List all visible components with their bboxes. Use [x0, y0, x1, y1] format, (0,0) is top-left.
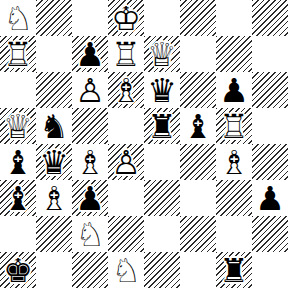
piece-glyph: ♖ [216, 108, 252, 144]
square-h7[interactable] [252, 36, 288, 72]
square-a7[interactable]: ♜♖ [0, 36, 36, 72]
square-g4[interactable]: ♝♗ [216, 144, 252, 180]
piece-glyph: ♙ [72, 72, 108, 108]
square-f4[interactable] [180, 144, 216, 180]
square-g2[interactable] [216, 216, 252, 252]
piece-glyph: ♘ [0, 0, 36, 36]
piece-white-bishop-icon: ♝♗ [216, 144, 252, 180]
square-c7[interactable]: ♟♟ [72, 36, 108, 72]
square-f8[interactable] [180, 0, 216, 36]
square-a3[interactable]: ♝♝ [0, 180, 36, 216]
square-e5[interactable]: ♜♜ [144, 108, 180, 144]
piece-black-pawn-icon: ♟♟ [72, 36, 108, 72]
piece-white-pawn-icon: ♟♙ [72, 72, 108, 108]
square-b3[interactable]: ♝♗ [36, 180, 72, 216]
square-d5[interactable] [108, 108, 144, 144]
square-g3[interactable] [216, 180, 252, 216]
square-c5[interactable] [72, 108, 108, 144]
square-b2[interactable] [36, 216, 72, 252]
square-d4[interactable]: ♟♙ [108, 144, 144, 180]
piece-black-bishop-icon: ♝♝ [180, 108, 216, 144]
piece-glyph: ♙ [108, 144, 144, 180]
piece-glyph: ♜ [216, 252, 252, 288]
piece-glyph: ♘ [108, 252, 144, 288]
piece-white-queen-icon: ♛♕ [144, 36, 180, 72]
square-h6[interactable] [252, 72, 288, 108]
square-c1[interactable] [72, 252, 108, 288]
square-b6[interactable] [36, 72, 72, 108]
square-b4[interactable]: ♛♛ [36, 144, 72, 180]
piece-glyph: ♝ [0, 180, 36, 216]
piece-black-pawn-icon: ♟♟ [252, 180, 288, 216]
square-h1[interactable] [252, 252, 288, 288]
piece-white-queen-icon: ♛♕ [0, 108, 36, 144]
square-d3[interactable] [108, 180, 144, 216]
piece-glyph: ♗ [36, 180, 72, 216]
square-c3[interactable]: ♟♟ [72, 180, 108, 216]
square-a6[interactable] [0, 72, 36, 108]
piece-white-rook-icon: ♜♖ [0, 36, 36, 72]
square-b8[interactable] [36, 0, 72, 36]
square-g5[interactable]: ♜♖ [216, 108, 252, 144]
square-f5[interactable]: ♝♝ [180, 108, 216, 144]
piece-glyph: ♛ [36, 144, 72, 180]
piece-glyph: ♘ [72, 216, 108, 252]
piece-glyph: ♝ [0, 144, 36, 180]
square-f3[interactable] [180, 180, 216, 216]
square-d2[interactable] [108, 216, 144, 252]
piece-black-queen-icon: ♛♛ [36, 144, 72, 180]
piece-white-pawn-icon: ♟♙ [108, 144, 144, 180]
piece-white-knight-icon: ♞♘ [0, 0, 36, 36]
piece-glyph: ♟ [216, 72, 252, 108]
square-e6[interactable]: ♛♛ [144, 72, 180, 108]
square-f6[interactable] [180, 72, 216, 108]
piece-glyph: ♖ [0, 36, 36, 72]
piece-glyph: ♛ [144, 72, 180, 108]
square-e4[interactable] [144, 144, 180, 180]
piece-glyph: ♜ [144, 108, 180, 144]
square-b1[interactable] [36, 252, 72, 288]
square-b5[interactable]: ♞♞ [36, 108, 72, 144]
piece-glyph: ♝ [180, 108, 216, 144]
piece-black-pawn-icon: ♟♟ [216, 72, 252, 108]
piece-white-rook-icon: ♜♖ [108, 36, 144, 72]
piece-glyph: ♔ [108, 0, 144, 36]
piece-white-rook-icon: ♜♖ [216, 108, 252, 144]
square-e7[interactable]: ♛♕ [144, 36, 180, 72]
square-h8[interactable] [252, 0, 288, 36]
square-h3[interactable]: ♟♟ [252, 180, 288, 216]
square-h2[interactable] [252, 216, 288, 252]
piece-white-knight-icon: ♞♘ [72, 216, 108, 252]
square-a2[interactable] [0, 216, 36, 252]
square-f2[interactable] [180, 216, 216, 252]
square-c8[interactable] [72, 0, 108, 36]
chess-board: ♞♘♚♔♜♖♟♟♜♖♛♕♟♙♝♗♛♛♟♟♛♕♞♞♜♜♝♝♜♖♝♝♛♛♝♗♟♙♝♗… [0, 0, 288, 288]
square-g1[interactable]: ♜♜ [216, 252, 252, 288]
piece-black-king-icon: ♚♚ [0, 252, 36, 288]
piece-glyph: ♚ [0, 252, 36, 288]
square-a1[interactable]: ♚♚ [0, 252, 36, 288]
piece-black-rook-icon: ♜♜ [144, 108, 180, 144]
square-g6[interactable]: ♟♟ [216, 72, 252, 108]
piece-glyph: ♗ [72, 144, 108, 180]
chessboard-container: ♞♘♚♔♜♖♟♟♜♖♛♕♟♙♝♗♛♛♟♟♛♕♞♞♜♜♝♝♜♖♝♝♛♛♝♗♟♙♝♗… [0, 0, 288, 288]
piece-white-bishop-icon: ♝♗ [72, 144, 108, 180]
piece-glyph: ♖ [108, 36, 144, 72]
piece-black-bishop-icon: ♝♝ [0, 180, 36, 216]
square-d6[interactable]: ♝♗ [108, 72, 144, 108]
piece-white-bishop-icon: ♝♗ [36, 180, 72, 216]
piece-black-queen-icon: ♛♛ [144, 72, 180, 108]
piece-black-knight-icon: ♞♞ [36, 108, 72, 144]
square-a5[interactable]: ♛♕ [0, 108, 36, 144]
piece-white-knight-icon: ♞♘ [108, 252, 144, 288]
square-e2[interactable] [144, 216, 180, 252]
square-e3[interactable] [144, 180, 180, 216]
piece-glyph: ♗ [108, 72, 144, 108]
square-d7[interactable]: ♜♖ [108, 36, 144, 72]
piece-white-king-icon: ♚♔ [108, 0, 144, 36]
piece-black-pawn-icon: ♟♟ [72, 180, 108, 216]
square-g7[interactable] [216, 36, 252, 72]
piece-glyph: ♟ [252, 180, 288, 216]
square-g8[interactable] [216, 0, 252, 36]
square-h5[interactable] [252, 108, 288, 144]
square-d1[interactable]: ♞♘ [108, 252, 144, 288]
square-b7[interactable] [36, 36, 72, 72]
piece-glyph: ♕ [0, 108, 36, 144]
piece-glyph: ♕ [144, 36, 180, 72]
square-c4[interactable]: ♝♗ [72, 144, 108, 180]
square-a4[interactable]: ♝♝ [0, 144, 36, 180]
piece-glyph: ♟ [72, 180, 108, 216]
piece-glyph: ♗ [216, 144, 252, 180]
square-a8[interactable]: ♞♘ [0, 0, 36, 36]
piece-glyph: ♟ [72, 36, 108, 72]
square-f1[interactable] [180, 252, 216, 288]
square-e8[interactable] [144, 0, 180, 36]
square-f7[interactable] [180, 36, 216, 72]
piece-white-bishop-icon: ♝♗ [108, 72, 144, 108]
square-h4[interactable] [252, 144, 288, 180]
piece-black-bishop-icon: ♝♝ [0, 144, 36, 180]
square-c6[interactable]: ♟♙ [72, 72, 108, 108]
square-c2[interactable]: ♞♘ [72, 216, 108, 252]
piece-glyph: ♞ [36, 108, 72, 144]
square-d8[interactable]: ♚♔ [108, 0, 144, 36]
square-e1[interactable] [144, 252, 180, 288]
piece-black-rook-icon: ♜♜ [216, 252, 252, 288]
